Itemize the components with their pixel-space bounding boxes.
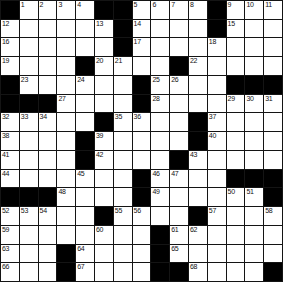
clue-number: 2: [40, 1, 44, 9]
clue-number: 17: [134, 38, 141, 46]
cell[interactable]: 15: [227, 20, 245, 38]
cell[interactable]: 60: [95, 226, 113, 244]
black-cell: [76, 151, 94, 169]
cell[interactable]: [245, 207, 263, 225]
cell[interactable]: 65: [170, 245, 188, 263]
clue-number: 33: [21, 113, 28, 121]
cell[interactable]: [151, 38, 169, 56]
cell[interactable]: [114, 226, 132, 244]
black-cell: [57, 263, 75, 281]
cell[interactable]: [264, 245, 282, 263]
cell[interactable]: [39, 263, 57, 281]
cell[interactable]: [264, 38, 282, 56]
cell[interactable]: 41: [1, 151, 19, 169]
clue-number: 12: [2, 20, 9, 28]
clue-number: 49: [152, 188, 159, 196]
clue-number: 38: [2, 132, 9, 140]
cell[interactable]: [227, 113, 245, 131]
clue-number: 67: [77, 263, 84, 271]
cell[interactable]: [57, 38, 75, 56]
cell[interactable]: [57, 226, 75, 244]
clue-number: 16: [2, 38, 9, 46]
cell[interactable]: [264, 226, 282, 244]
cell[interactable]: [170, 113, 188, 131]
clue-number: 43: [190, 151, 197, 159]
cell[interactable]: [227, 263, 245, 281]
clue-number: 19: [2, 57, 9, 65]
clue-number: 11: [265, 1, 272, 9]
cell[interactable]: 23: [20, 76, 38, 94]
cell[interactable]: [170, 207, 188, 225]
cell[interactable]: [151, 57, 169, 75]
clue-number: 55: [115, 207, 122, 215]
cell[interactable]: 48: [57, 188, 75, 206]
clue-number: 57: [209, 207, 216, 215]
cell[interactable]: [264, 57, 282, 75]
cell[interactable]: [57, 170, 75, 188]
clue-number: 24: [77, 76, 84, 84]
cell[interactable]: [39, 151, 57, 169]
cell[interactable]: 47: [170, 170, 188, 188]
cell[interactable]: [170, 188, 188, 206]
cell[interactable]: 36: [133, 113, 151, 131]
cell[interactable]: [39, 132, 57, 150]
cell[interactable]: [76, 38, 94, 56]
cell[interactable]: [114, 132, 132, 150]
black-cell: [264, 76, 282, 94]
cell[interactable]: 4: [76, 1, 94, 19]
cell[interactable]: [114, 245, 132, 263]
clue-number: 66: [2, 263, 9, 271]
cell[interactable]: [76, 188, 94, 206]
cell[interactable]: 35: [114, 113, 132, 131]
cell[interactable]: 1: [20, 1, 38, 19]
cell[interactable]: [151, 20, 169, 38]
cell[interactable]: 14: [133, 20, 151, 38]
cell[interactable]: [114, 95, 132, 113]
clue-number: 23: [21, 76, 28, 84]
cell[interactable]: [208, 188, 226, 206]
black-cell: [133, 188, 151, 206]
black-cell: [227, 76, 245, 94]
black-cell: [151, 226, 169, 244]
black-cell: [227, 170, 245, 188]
cell[interactable]: 37: [208, 113, 226, 131]
clue-number: 10: [246, 1, 253, 9]
cell[interactable]: [133, 226, 151, 244]
cell[interactable]: 6: [151, 1, 169, 19]
cell[interactable]: [170, 20, 188, 38]
clue-number: 51: [246, 188, 253, 196]
cell[interactable]: 43: [189, 151, 207, 169]
cell[interactable]: [95, 263, 113, 281]
cell[interactable]: [264, 113, 282, 131]
cell[interactable]: 50: [227, 188, 245, 206]
black-cell: [1, 76, 19, 94]
clue-number: 68: [190, 263, 197, 271]
black-cell: [39, 95, 57, 113]
cell[interactable]: [227, 245, 245, 263]
cell[interactable]: [57, 151, 75, 169]
clue-number: 50: [228, 188, 235, 196]
cell[interactable]: [189, 76, 207, 94]
cell[interactable]: [208, 226, 226, 244]
cell[interactable]: [170, 95, 188, 113]
black-cell: [114, 38, 132, 56]
black-cell: [133, 95, 151, 113]
black-cell: [189, 113, 207, 131]
black-cell: [170, 263, 188, 281]
cell[interactable]: 64: [76, 245, 94, 263]
clue-number: 52: [2, 207, 9, 215]
clue-number: 18: [209, 38, 216, 46]
black-cell: [1, 188, 19, 206]
black-cell: [245, 170, 263, 188]
cell[interactable]: 68: [189, 263, 207, 281]
cell[interactable]: [189, 188, 207, 206]
cell[interactable]: [151, 207, 169, 225]
black-cell: [95, 113, 113, 131]
cell[interactable]: [245, 113, 263, 131]
clue-number: 64: [77, 245, 84, 253]
clue-number: 61: [171, 226, 178, 234]
cell[interactable]: 2: [39, 1, 57, 19]
cell[interactable]: [76, 226, 94, 244]
cell[interactable]: 39: [95, 132, 113, 150]
black-cell: [57, 245, 75, 263]
cell[interactable]: [114, 263, 132, 281]
cell[interactable]: [57, 113, 75, 131]
cell[interactable]: [264, 151, 282, 169]
cell[interactable]: 5: [133, 1, 151, 19]
clue-number: 3: [58, 1, 62, 9]
cell[interactable]: [189, 245, 207, 263]
clue-number: 35: [115, 113, 122, 121]
clue-number: 45: [77, 170, 84, 178]
cell[interactable]: 62: [189, 226, 207, 244]
cell[interactable]: [76, 95, 94, 113]
cell[interactable]: [245, 38, 263, 56]
black-cell: [20, 188, 38, 206]
clue-number: 39: [96, 132, 103, 140]
cell[interactable]: [76, 207, 94, 225]
cell[interactable]: 56: [133, 207, 151, 225]
cell[interactable]: [189, 170, 207, 188]
black-cell: [264, 188, 282, 206]
cell[interactable]: [170, 132, 188, 150]
cell[interactable]: 42: [95, 151, 113, 169]
cell[interactable]: [170, 38, 188, 56]
cell[interactable]: 54: [39, 207, 57, 225]
cell[interactable]: [133, 245, 151, 263]
clue-number: 62: [190, 226, 197, 234]
cell[interactable]: [20, 151, 38, 169]
cell[interactable]: [20, 20, 38, 38]
cell[interactable]: 22: [189, 57, 207, 75]
cell[interactable]: [133, 132, 151, 150]
cell[interactable]: [151, 132, 169, 150]
cell[interactable]: [151, 113, 169, 131]
clue-number: 40: [209, 132, 216, 140]
black-cell: [20, 95, 38, 113]
cell[interactable]: 17: [133, 38, 151, 56]
black-cell: [133, 170, 151, 188]
clue-number: 47: [171, 170, 178, 178]
cell[interactable]: [39, 245, 57, 263]
cell[interactable]: [227, 151, 245, 169]
clue-number: 53: [21, 207, 28, 215]
cell[interactable]: [245, 245, 263, 263]
cell[interactable]: [245, 151, 263, 169]
cell[interactable]: [76, 113, 94, 131]
clue-number: 29: [228, 95, 235, 103]
cell[interactable]: 49: [151, 188, 169, 206]
black-cell: [1, 95, 19, 113]
cell[interactable]: 19: [1, 57, 19, 75]
clue-number: 13: [96, 20, 103, 28]
cell[interactable]: [189, 38, 207, 56]
black-cell: [133, 76, 151, 94]
black-cell: [76, 132, 94, 150]
clue-number: 36: [134, 113, 141, 121]
cell[interactable]: 38: [1, 132, 19, 150]
cell[interactable]: 57: [208, 207, 226, 225]
black-cell: [151, 245, 169, 263]
clue-number: 60: [96, 226, 103, 234]
cell[interactable]: 8: [189, 1, 207, 19]
clue-number: 42: [96, 151, 103, 159]
cell[interactable]: [189, 20, 207, 38]
clue-number: 54: [40, 207, 47, 215]
cell[interactable]: [133, 151, 151, 169]
cell[interactable]: [208, 263, 226, 281]
cell[interactable]: [57, 76, 75, 94]
clue-number: 41: [2, 151, 9, 159]
black-cell: [114, 1, 132, 19]
cell[interactable]: 66: [1, 263, 19, 281]
cell[interactable]: 30: [245, 95, 263, 113]
cell[interactable]: [95, 170, 113, 188]
cell[interactable]: [39, 226, 57, 244]
cell[interactable]: 7: [170, 1, 188, 19]
cell[interactable]: [245, 57, 263, 75]
clue-number: 25: [152, 76, 159, 84]
cell[interactable]: 33: [20, 113, 38, 131]
clue-number: 22: [190, 57, 197, 65]
black-cell: [245, 76, 263, 94]
clue-number: 28: [152, 95, 159, 103]
cell[interactable]: [76, 20, 94, 38]
cell[interactable]: 16: [1, 38, 19, 56]
clue-number: 34: [40, 113, 47, 121]
cell[interactable]: 20: [95, 57, 113, 75]
cell[interactable]: 26: [170, 76, 188, 94]
cell[interactable]: [264, 132, 282, 150]
cell[interactable]: [227, 57, 245, 75]
clue-number: 65: [171, 245, 178, 253]
cell[interactable]: [208, 95, 226, 113]
clue-number: 14: [134, 20, 141, 28]
crossword-grid: 1234567891011121314151617181920212223242…: [0, 0, 283, 282]
clue-number: 5: [134, 1, 138, 9]
black-cell: [189, 207, 207, 225]
cell[interactable]: [39, 57, 57, 75]
cell[interactable]: [57, 57, 75, 75]
clue-number: 30: [246, 95, 253, 103]
clue-number: 48: [58, 188, 65, 196]
black-cell: [264, 263, 282, 281]
cell[interactable]: 63: [1, 245, 19, 263]
cell[interactable]: [114, 188, 132, 206]
black-cell: [95, 207, 113, 225]
black-cell: [170, 57, 188, 75]
black-cell: [151, 263, 169, 281]
cell[interactable]: [95, 76, 113, 94]
cell[interactable]: 53: [20, 207, 38, 225]
cell[interactable]: [20, 226, 38, 244]
clue-number: 32: [2, 113, 9, 121]
cell[interactable]: [245, 132, 263, 150]
black-cell: [76, 57, 94, 75]
clue-number: 31: [265, 95, 272, 103]
cell[interactable]: 61: [170, 226, 188, 244]
cell[interactable]: 11: [264, 1, 282, 19]
clue-number: 37: [209, 113, 216, 121]
clue-number: 59: [2, 226, 9, 234]
clue-number: 9: [228, 1, 232, 9]
cell[interactable]: [151, 151, 169, 169]
cell[interactable]: 18: [208, 38, 226, 56]
cell[interactable]: 10: [245, 1, 263, 19]
cell[interactable]: [57, 20, 75, 38]
cell[interactable]: [227, 226, 245, 244]
cell[interactable]: [208, 151, 226, 169]
cell[interactable]: 45: [76, 170, 94, 188]
cell[interactable]: 9: [227, 1, 245, 19]
cell[interactable]: 51: [245, 188, 263, 206]
cell[interactable]: 21: [114, 57, 132, 75]
cell[interactable]: [208, 76, 226, 94]
cell[interactable]: 34: [39, 113, 57, 131]
clue-number: 26: [171, 76, 178, 84]
clue-number: 21: [115, 57, 122, 65]
cell[interactable]: 59: [1, 226, 19, 244]
cell[interactable]: [208, 245, 226, 263]
cell[interactable]: 52: [1, 207, 19, 225]
cell[interactable]: [95, 95, 113, 113]
black-cell: [114, 20, 132, 38]
cell[interactable]: [245, 20, 263, 38]
cell[interactable]: 28: [151, 95, 169, 113]
cell[interactable]: [208, 57, 226, 75]
cell[interactable]: [114, 76, 132, 94]
clue-number: 4: [77, 1, 81, 9]
cell[interactable]: 44: [1, 170, 19, 188]
cell[interactable]: [114, 151, 132, 169]
cell[interactable]: [227, 207, 245, 225]
clue-number: 1: [21, 1, 25, 9]
cell[interactable]: [20, 57, 38, 75]
cell[interactable]: [189, 95, 207, 113]
cell[interactable]: [20, 170, 38, 188]
cell[interactable]: 24: [76, 76, 94, 94]
cell[interactable]: [114, 170, 132, 188]
cell[interactable]: [39, 170, 57, 188]
clue-number: 44: [2, 170, 9, 178]
cell[interactable]: [245, 226, 263, 244]
cell[interactable]: 46: [151, 170, 169, 188]
black-cell: [208, 1, 226, 19]
clue-number: 27: [58, 95, 65, 103]
cell[interactable]: [227, 132, 245, 150]
cell[interactable]: 31: [264, 95, 282, 113]
black-cell: [1, 1, 19, 19]
black-cell: [39, 188, 57, 206]
cell[interactable]: 29: [227, 95, 245, 113]
clue-number: 58: [265, 207, 272, 215]
black-cell: [170, 151, 188, 169]
cell[interactable]: 13: [95, 20, 113, 38]
cell[interactable]: [39, 20, 57, 38]
cell[interactable]: [245, 263, 263, 281]
cell[interactable]: 32: [1, 113, 19, 131]
cell[interactable]: [20, 263, 38, 281]
cell[interactable]: 27: [57, 95, 75, 113]
cell[interactable]: [208, 170, 226, 188]
clue-number: 7: [171, 1, 175, 9]
cell[interactable]: 25: [151, 76, 169, 94]
clue-number: 8: [190, 1, 194, 9]
cell[interactable]: [39, 38, 57, 56]
cell[interactable]: [264, 20, 282, 38]
cell[interactable]: [20, 132, 38, 150]
black-cell: [95, 1, 113, 19]
cell[interactable]: [39, 76, 57, 94]
cell[interactable]: [95, 245, 113, 263]
clue-number: 20: [96, 57, 103, 65]
cell[interactable]: [133, 57, 151, 75]
cell[interactable]: 40: [208, 132, 226, 150]
cell[interactable]: 55: [114, 207, 132, 225]
cell[interactable]: [133, 263, 151, 281]
clue-number: 15: [228, 20, 235, 28]
clue-number: 63: [2, 245, 9, 253]
cell[interactable]: 3: [57, 1, 75, 19]
clue-number: 46: [152, 170, 159, 178]
clue-number: 6: [152, 1, 156, 9]
cell[interactable]: 58: [264, 207, 282, 225]
black-cell: [189, 132, 207, 150]
cell[interactable]: 67: [76, 263, 94, 281]
cell[interactable]: 12: [1, 20, 19, 38]
black-cell: [208, 20, 226, 38]
black-cell: [264, 170, 282, 188]
clue-number: 56: [134, 207, 141, 215]
cell[interactable]: [57, 132, 75, 150]
cell[interactable]: [57, 207, 75, 225]
cell[interactable]: [95, 188, 113, 206]
cell[interactable]: [20, 38, 38, 56]
cell[interactable]: [20, 245, 38, 263]
cell[interactable]: [227, 38, 245, 56]
cell[interactable]: [95, 38, 113, 56]
